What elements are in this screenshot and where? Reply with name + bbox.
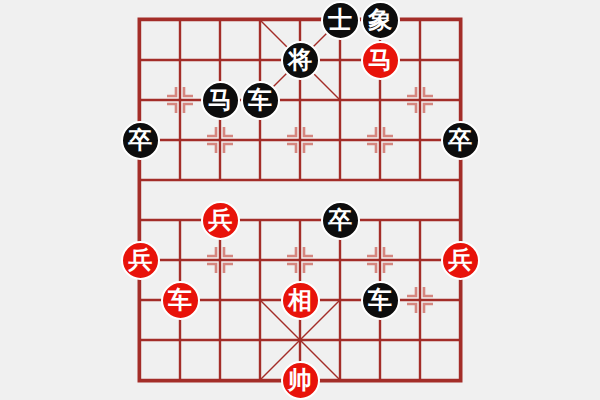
piece-black-elephant[interactable]: 象: [361, 1, 400, 40]
piece-black-advisor[interactable]: 士: [321, 1, 360, 40]
piece-red-general[interactable]: 帅: [281, 361, 320, 400]
piece-red-soldier[interactable]: 兵: [201, 201, 240, 240]
piece-black-soldier[interactable]: 卒: [441, 121, 480, 160]
piece-red-soldier[interactable]: 兵: [441, 241, 480, 280]
piece-black-chariot[interactable]: 车: [361, 281, 400, 320]
piece-layer[interactable]: 士象将马马车卒卒兵卒兵兵车相车帅: [120, 0, 480, 400]
piece-black-general[interactable]: 将: [281, 41, 320, 80]
piece-black-horse[interactable]: 马: [201, 81, 240, 120]
piece-red-soldier[interactable]: 兵: [121, 241, 160, 280]
piece-black-soldier[interactable]: 卒: [121, 121, 160, 160]
xiangqi-diagram: 士象将马马车卒卒兵卒兵兵车相车帅: [0, 0, 600, 400]
piece-red-chariot[interactable]: 车: [161, 281, 200, 320]
piece-black-soldier[interactable]: 卒: [321, 201, 360, 240]
piece-red-elephant[interactable]: 相: [281, 281, 320, 320]
piece-red-horse[interactable]: 马: [361, 41, 400, 80]
piece-black-chariot[interactable]: 车: [241, 81, 280, 120]
